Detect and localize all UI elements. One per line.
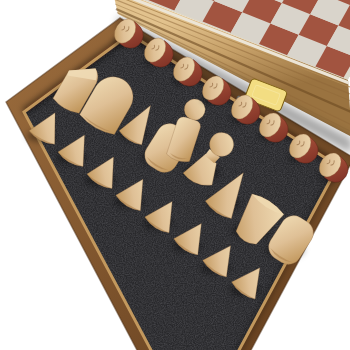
chess-set-scene bbox=[0, 0, 350, 350]
chess-set-photo bbox=[0, 0, 350, 350]
